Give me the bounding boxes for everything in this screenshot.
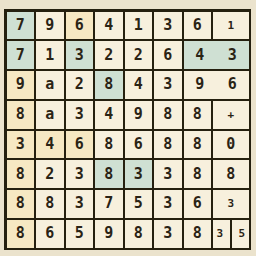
grid-cell-r6c3[interactable]: 3	[66, 160, 94, 188]
cell-digit: a	[45, 77, 54, 92]
cell-digit: 3	[228, 48, 237, 63]
cell-digit: 3	[227, 198, 234, 209]
grid-cell-r6c6[interactable]: 3	[154, 160, 182, 188]
cell-digit: 9	[45, 18, 54, 33]
grid-cell-r6c4[interactable]: 8	[95, 160, 123, 188]
cell-digit: 8	[16, 107, 25, 122]
cell-digit: 4	[104, 18, 113, 33]
cell-digit: 1	[227, 20, 234, 31]
grid-cell-r3c3[interactable]: 2	[66, 71, 94, 99]
grid-cell-r1c1[interactable]: 7	[7, 12, 35, 40]
grid-cell-r4c7[interactable]: 8	[184, 101, 212, 129]
cell-digit: 7	[16, 18, 25, 33]
cell-digit: 6	[75, 137, 84, 152]
cell-digit: 2	[104, 48, 113, 63]
cell-digit: 3	[75, 107, 84, 122]
cell-digit: 7	[104, 196, 113, 211]
cell-digit: 8	[16, 167, 25, 182]
grid-cell-r7c8[interactable]: 3	[213, 190, 249, 218]
cell-digit: 8	[193, 107, 202, 122]
grid-cell-r1c6[interactable]: 3	[154, 12, 182, 40]
cell-digit: 6	[193, 196, 202, 211]
grid-cell-r1c7[interactable]: 6	[184, 12, 212, 40]
grid-cell-r6c7[interactable]: 8	[184, 160, 212, 188]
cell-digit: 4	[195, 48, 204, 63]
cell-digit: 6	[75, 18, 84, 33]
cell-digit: 8	[134, 226, 143, 241]
grid-cell-r2c6[interactable]: 6	[154, 41, 182, 69]
cell-digit: 1	[45, 48, 54, 63]
grid-cell-r3c1[interactable]: 9	[7, 71, 35, 99]
cell-digit: 6	[163, 48, 172, 63]
cell-digit: 3	[216, 228, 223, 239]
cell-digit: 4	[45, 137, 54, 152]
grid-cell-r1c5[interactable]: 1	[125, 12, 153, 40]
grid-cell-r7c5[interactable]: 5	[125, 190, 153, 218]
cell-digit: 6	[45, 226, 54, 241]
grid-cell-r8c8[interactable]: 35	[213, 220, 249, 248]
cell-digit: 8	[226, 167, 235, 182]
cell-digit: 6	[193, 18, 202, 33]
grid-cell-r2c1[interactable]: 7	[7, 41, 35, 69]
grid-cell-r8c2[interactable]: 6	[36, 220, 64, 248]
grid-cell-r5c4[interactable]: 8	[95, 131, 123, 159]
cell-digit: 6	[228, 77, 237, 92]
grid-cell-r6c5[interactable]: 3	[125, 160, 153, 188]
grid-cell-r7c7[interactable]: 6	[184, 190, 212, 218]
cell-digit: 3	[75, 196, 84, 211]
grid-cell-r3c5[interactable]: 4	[125, 71, 153, 99]
grid-cell-r7c4[interactable]: 7	[95, 190, 123, 218]
cell-digit: 5	[75, 226, 84, 241]
cell-digit: 3	[163, 18, 172, 33]
cell-digit: 8	[163, 107, 172, 122]
grid-cell-r5c8[interactable]: 0	[213, 131, 249, 159]
cell-digit: 3	[163, 226, 172, 241]
grid-cell-r8c6[interactable]: 3	[154, 220, 182, 248]
cell-digit: 8	[104, 77, 113, 92]
cell-digit: a	[45, 107, 54, 122]
grid-cell-r2c7[interactable]: 43	[184, 41, 249, 69]
grid-cell-r3c6[interactable]: 3	[154, 71, 182, 99]
cell-digit: 8	[193, 226, 202, 241]
grid-cell-r4c4[interactable]: 4	[95, 101, 123, 129]
grid-cell-r3c4[interactable]: 8	[95, 71, 123, 99]
cell-digit: 2	[75, 77, 84, 92]
grid-cell-r7c3[interactable]: 3	[66, 190, 94, 218]
grid-cell-r8c7[interactable]: 8	[184, 220, 212, 248]
grid-cell-r5c2[interactable]: 4	[36, 131, 64, 159]
cell-digit: 2	[134, 48, 143, 63]
cell-digit: 8	[163, 137, 172, 152]
cell-digit: 9	[195, 77, 204, 92]
grid-cell-r4c8[interactable]: +	[213, 101, 249, 129]
cell-digit: 4	[104, 107, 113, 122]
grid-cell-r4c5[interactable]: 9	[125, 101, 153, 129]
cell-digit: 5	[134, 196, 143, 211]
grid-cell-r5c6[interactable]: 8	[154, 131, 182, 159]
grid-cell-r3c2[interactable]: a	[36, 71, 64, 99]
grid-cell-r8c5[interactable]: 8	[125, 220, 153, 248]
grid-cell-r4c3[interactable]: 3	[66, 101, 94, 129]
cell-digit: 3	[75, 167, 84, 182]
grid-cell-r4c2[interactable]: a	[36, 101, 64, 129]
grid-cell-r6c8[interactable]: 8	[213, 160, 249, 188]
cell-digit: 8	[193, 137, 202, 152]
grid-cell-r1c4[interactable]: 4	[95, 12, 123, 40]
grid-cell-r2c2[interactable]: 1	[36, 41, 64, 69]
cell-digit: 3	[16, 137, 25, 152]
cell-digit: 5	[239, 228, 246, 239]
cell-digit: 8	[104, 167, 113, 182]
grid-cell-r5c1[interactable]: 3	[7, 131, 35, 159]
cell-digit: 8	[16, 226, 25, 241]
puzzle-screenshot: 79641361713226439a2843968a34988+34686880…	[0, 0, 256, 256]
grid-cell-r6c2[interactable]: 2	[36, 160, 64, 188]
grid-cell-r5c3[interactable]: 6	[66, 131, 94, 159]
cell-digit: 0	[226, 137, 235, 152]
cell-digit: 2	[45, 167, 54, 182]
grid-cell-r7c2[interactable]: 8	[36, 190, 64, 218]
cell-digit: 3	[163, 77, 172, 92]
cell-digit: 3	[163, 196, 172, 211]
grid-cell-r7c1[interactable]: 8	[7, 190, 35, 218]
cell-digit: 8	[104, 137, 113, 152]
cell-digit: 1	[134, 18, 143, 33]
grid-cell-r8c4[interactable]: 9	[95, 220, 123, 248]
grid-cell-r5c7[interactable]: 8	[184, 131, 212, 159]
cell-digit: 4	[134, 77, 143, 92]
cell-digit: 8	[16, 196, 25, 211]
number-grid-board: 79641361713226439a2843968a34988+34686880…	[4, 9, 251, 250]
grid-cell-r5c5[interactable]: 6	[125, 131, 153, 159]
grid-cell-r4c1[interactable]: 8	[7, 101, 35, 129]
grid-cell-r6c1[interactable]: 8	[7, 160, 35, 188]
cell-digit: 8	[193, 167, 202, 182]
grid-cell-r1c2[interactable]: 9	[36, 12, 64, 40]
cell-digit: 3	[163, 167, 172, 182]
grid-cell-r2c5[interactable]: 2	[125, 41, 153, 69]
grid-cell-r1c8[interactable]: 1	[213, 12, 249, 40]
grid-cell-r8c3[interactable]: 5	[66, 220, 94, 248]
cell-divider-line	[230, 220, 232, 248]
cell-digit: 9	[16, 77, 25, 92]
cell-digit: 7	[16, 48, 25, 63]
grid-cell-r2c4[interactable]: 2	[95, 41, 123, 69]
grid-cell-r8c1[interactable]: 8	[7, 220, 35, 248]
cell-digit: 3	[75, 48, 84, 63]
cell-digit: 8	[45, 196, 54, 211]
grid-cell-r2c3[interactable]: 3	[66, 41, 94, 69]
cell-digit: 3	[134, 167, 143, 182]
cell-digit: 9	[134, 107, 143, 122]
grid-cell-r3c7[interactable]: 96	[184, 71, 249, 99]
grid-cell-r7c6[interactable]: 3	[154, 190, 182, 218]
grid-cell-r1c3[interactable]: 6	[66, 12, 94, 40]
cell-digit: 6	[134, 137, 143, 152]
cell-digit: +	[227, 109, 234, 120]
cell-digit: 9	[104, 226, 113, 241]
grid-cell-r4c6[interactable]: 8	[154, 101, 182, 129]
